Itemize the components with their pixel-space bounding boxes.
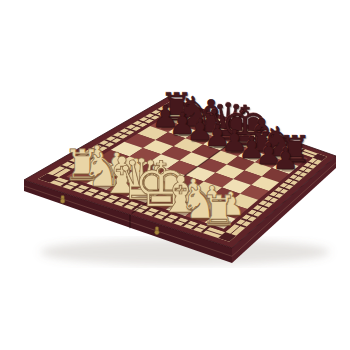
brass-clasp-ring	[60, 199, 65, 204]
piece-white-rook-h1[interactable]: ♜	[200, 190, 237, 232]
brass-clasp-ring	[155, 230, 160, 235]
piece-black-pawn-h7[interactable]: ♟	[272, 145, 299, 175]
product-photo-stage: ♜♞♟♝♟♛♟♚♟♝♟♞♟♜♟♟♟♟♜♟♞♟♝♟♛♟♚♟♝♟♞♜	[0, 0, 350, 350]
